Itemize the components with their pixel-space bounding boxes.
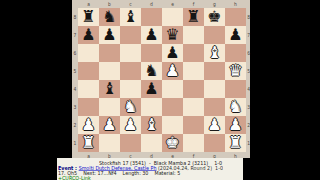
square-e3[interactable] bbox=[162, 98, 183, 116]
white-pawn-icon[interactable]: ♟ bbox=[123, 116, 137, 134]
rank-label-right-5: 5 bbox=[247, 66, 250, 76]
square-b7[interactable]: ♟ bbox=[99, 26, 120, 44]
square-b6[interactable] bbox=[99, 44, 120, 62]
square-g6[interactable]: ♝ bbox=[204, 44, 225, 62]
rank-label-left-1: 1 bbox=[73, 138, 76, 148]
rank-label-right-3: 3 bbox=[247, 102, 250, 112]
rank-label-right-8: 8 bbox=[247, 12, 250, 22]
square-g4[interactable] bbox=[204, 80, 225, 98]
rank-label-left-7: 7 bbox=[73, 30, 76, 40]
square-h8[interactable] bbox=[225, 8, 246, 26]
square-h4[interactable] bbox=[225, 80, 246, 98]
square-c7[interactable] bbox=[120, 26, 141, 44]
square-b4[interactable]: ♝ bbox=[99, 80, 120, 98]
black-knight-icon[interactable]: ♞ bbox=[102, 8, 116, 26]
rank-label-left-5: 5 bbox=[73, 66, 76, 76]
square-a8[interactable]: ♜ bbox=[78, 8, 99, 26]
square-e6[interactable]: ♟ bbox=[162, 44, 183, 62]
video-frame: abcdefgh 87654321 87654321 ♜♞♝♜♚♟♟♟♛♟♟♝♞… bbox=[0, 0, 320, 180]
square-h2[interactable]: ♟ bbox=[225, 116, 246, 134]
white-pawn-icon[interactable]: ♟ bbox=[228, 116, 242, 134]
square-d7[interactable]: ♟ bbox=[141, 26, 162, 44]
square-g8[interactable]: ♚ bbox=[204, 8, 225, 26]
black-pawn-icon[interactable]: ♟ bbox=[81, 26, 95, 44]
left-black-bar bbox=[0, 0, 72, 180]
rank-label-right-1: 1 bbox=[247, 138, 250, 148]
white-rook-icon[interactable]: ♜ bbox=[81, 134, 95, 152]
square-e8[interactable] bbox=[162, 8, 183, 26]
square-c5[interactable] bbox=[120, 62, 141, 80]
square-f8[interactable]: ♜ bbox=[183, 8, 204, 26]
rank-label-left-6: 6 bbox=[73, 48, 76, 58]
rank-label-right-6: 6 bbox=[247, 48, 250, 58]
white-bishop-icon[interactable]: ♝ bbox=[207, 44, 221, 62]
square-e1[interactable]: ♚ bbox=[162, 134, 183, 152]
file-label-top-d: d bbox=[146, 2, 158, 7]
square-d8[interactable] bbox=[141, 8, 162, 26]
black-rook-icon[interactable]: ♜ bbox=[81, 8, 95, 26]
square-d2[interactable]: ♝ bbox=[141, 116, 162, 134]
square-g5[interactable] bbox=[204, 62, 225, 80]
black-bishop-icon[interactable]: ♝ bbox=[102, 80, 116, 98]
square-c2[interactable]: ♟ bbox=[120, 116, 141, 134]
square-d1[interactable] bbox=[141, 134, 162, 152]
square-h6[interactable] bbox=[225, 44, 246, 62]
rank-labels-right: 87654321 bbox=[246, 8, 250, 152]
square-h5[interactable]: ♛ bbox=[225, 62, 246, 80]
game-info-panel: Stockfish 17 (3541) - Black Mamba 2 (321… bbox=[57, 158, 243, 180]
square-b1[interactable] bbox=[99, 134, 120, 152]
square-d6[interactable] bbox=[141, 44, 162, 62]
black-pawn-icon[interactable]: ♟ bbox=[228, 26, 242, 44]
black-pawn-icon[interactable]: ♟ bbox=[144, 26, 158, 44]
white-king-icon[interactable]: ♚ bbox=[165, 134, 179, 152]
right-black-bar bbox=[250, 0, 320, 180]
square-a4[interactable] bbox=[78, 80, 99, 98]
square-c8[interactable]: ♝ bbox=[120, 8, 141, 26]
square-a2[interactable]: ♟ bbox=[78, 116, 99, 134]
square-g2[interactable]: ♟ bbox=[204, 116, 225, 134]
rank-label-left-2: 2 bbox=[73, 120, 76, 130]
white-knight-icon[interactable]: ♞ bbox=[123, 98, 137, 116]
square-d3[interactable] bbox=[141, 98, 162, 116]
square-h7[interactable]: ♟ bbox=[225, 26, 246, 44]
square-f6[interactable] bbox=[183, 44, 204, 62]
square-b3[interactable] bbox=[99, 98, 120, 116]
square-e2[interactable] bbox=[162, 116, 183, 134]
square-d5[interactable]: ♞ bbox=[141, 62, 162, 80]
white-pawn-icon[interactable]: ♟ bbox=[81, 116, 95, 134]
file-label-top-e: e bbox=[167, 2, 179, 7]
square-f1[interactable] bbox=[183, 134, 204, 152]
square-g1[interactable] bbox=[204, 134, 225, 152]
black-king-icon[interactable]: ♚ bbox=[207, 8, 221, 26]
square-f4[interactable] bbox=[183, 80, 204, 98]
square-a3[interactable] bbox=[78, 98, 99, 116]
square-h1[interactable]: ♜ bbox=[225, 134, 246, 152]
white-rook-icon[interactable]: ♜ bbox=[228, 134, 242, 152]
white-knight-icon[interactable]: ♞ bbox=[228, 98, 242, 116]
square-a5[interactable] bbox=[78, 62, 99, 80]
rank-label-right-2: 2 bbox=[247, 120, 250, 130]
black-pawn-icon[interactable]: ♟ bbox=[165, 44, 179, 62]
square-d4[interactable]: ♟ bbox=[141, 80, 162, 98]
rank-label-right-7: 7 bbox=[247, 30, 250, 40]
analysis-link[interactable]: +CURCO-Link bbox=[58, 176, 91, 180]
square-e4[interactable] bbox=[162, 80, 183, 98]
rank-label-right-4: 4 bbox=[247, 84, 250, 94]
square-e7[interactable]: ♛ bbox=[162, 26, 183, 44]
black-rook-icon[interactable]: ♜ bbox=[186, 8, 200, 26]
rank-label-left-4: 4 bbox=[73, 84, 76, 94]
square-f3[interactable] bbox=[183, 98, 204, 116]
white-pawn-icon[interactable]: ♟ bbox=[102, 116, 116, 134]
square-f5[interactable] bbox=[183, 62, 204, 80]
square-f7[interactable] bbox=[183, 26, 204, 44]
chess-board-frame: abcdefgh 87654321 87654321 ♜♞♝♜♚♟♟♟♛♟♟♝♞… bbox=[72, 0, 250, 158]
square-c4[interactable] bbox=[120, 80, 141, 98]
white-pawn-icon[interactable]: ♟ bbox=[165, 62, 179, 80]
black-knight-icon[interactable]: ♞ bbox=[144, 62, 158, 80]
white-bishop-icon[interactable]: ♝ bbox=[144, 116, 158, 134]
black-pawn-icon[interactable]: ♟ bbox=[102, 26, 116, 44]
rank-label-left-8: 8 bbox=[73, 12, 76, 22]
square-h3[interactable]: ♞ bbox=[225, 98, 246, 116]
square-b5[interactable] bbox=[99, 62, 120, 80]
rank-label-left-3: 3 bbox=[73, 102, 76, 112]
square-a1[interactable]: ♜ bbox=[78, 134, 99, 152]
white-queen-icon[interactable]: ♛ bbox=[228, 62, 242, 80]
black-pawn-icon[interactable]: ♟ bbox=[144, 80, 158, 98]
square-c6[interactable] bbox=[120, 44, 141, 62]
square-f2[interactable] bbox=[183, 116, 204, 134]
black-queen-icon[interactable]: ♛ bbox=[165, 26, 179, 44]
white-pawn-icon[interactable]: ♟ bbox=[207, 116, 221, 134]
square-a7[interactable]: ♟ bbox=[78, 26, 99, 44]
square-b8[interactable]: ♞ bbox=[99, 8, 120, 26]
square-g3[interactable] bbox=[204, 98, 225, 116]
square-g7[interactable] bbox=[204, 26, 225, 44]
black-bishop-icon[interactable]: ♝ bbox=[123, 8, 137, 26]
chess-board[interactable]: ♜♞♝♜♚♟♟♟♛♟♟♝♞♟♛♝♟♞♞♟♟♟♝♟♟♜♚♜ bbox=[78, 8, 246, 152]
square-c1[interactable] bbox=[120, 134, 141, 152]
square-a6[interactable] bbox=[78, 44, 99, 62]
file-label-top-h: h bbox=[230, 2, 242, 7]
square-b2[interactable]: ♟ bbox=[99, 116, 120, 134]
event-line: Event : Smolti Dutch Defense, Castle Ph … bbox=[57, 164, 243, 169]
square-c3[interactable]: ♞ bbox=[120, 98, 141, 116]
square-e5[interactable]: ♟ bbox=[162, 62, 183, 80]
